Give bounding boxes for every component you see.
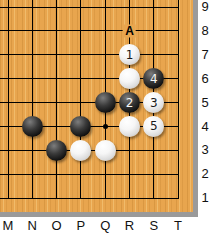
intersection-O8[interactable] [44, 19, 68, 43]
intersection-P5[interactable] [69, 91, 93, 115]
intersection-Q2[interactable] [93, 162, 117, 186]
column-label-M: M [0, 217, 20, 236]
intersection-N7[interactable] [20, 43, 44, 67]
intersection-T8[interactable] [166, 19, 190, 43]
intersection-M3[interactable] [0, 138, 20, 162]
intersection-M4[interactable] [0, 115, 20, 139]
column-label-P: P [69, 217, 93, 236]
intersection-N5[interactable] [20, 91, 44, 115]
intersection-R2[interactable] [117, 162, 141, 186]
intersection-O6[interactable] [44, 67, 68, 91]
row-label-8: 8 [198, 22, 212, 40]
intersection-M9[interactable] [0, 0, 20, 19]
black-stone-O3[interactable] [46, 140, 67, 161]
intersection-T5[interactable] [166, 91, 190, 115]
intersection-P3[interactable] [69, 138, 93, 162]
column-label-N: N [20, 217, 44, 236]
intersection-O7[interactable] [44, 43, 68, 67]
intersection-T7[interactable] [166, 43, 190, 67]
column-label-R: R [118, 217, 142, 236]
intersection-M8[interactable] [0, 19, 20, 43]
intersection-T3[interactable] [166, 138, 190, 162]
column-label-T: T [166, 217, 190, 236]
intersection-O4[interactable] [44, 115, 68, 139]
white-stone-Q3[interactable] [95, 140, 116, 161]
intersection-O1[interactable] [44, 186, 68, 210]
intersection-N2[interactable] [20, 162, 44, 186]
intersection-Q3[interactable] [93, 138, 117, 162]
intersection-O3[interactable] [44, 138, 68, 162]
black-stone-Q5[interactable] [95, 92, 116, 113]
board-grid: A14235 [0, 0, 190, 210]
move-number: 5 [150, 119, 158, 133]
intersection-R8[interactable]: A [117, 19, 141, 43]
intersection-Q7[interactable] [93, 43, 117, 67]
intersection-S1[interactable] [142, 186, 166, 210]
column-label-S: S [142, 217, 166, 236]
intersection-N4[interactable] [20, 115, 44, 139]
intersection-R5[interactable]: 2 [117, 91, 141, 115]
move-number: 3 [150, 96, 158, 110]
intersection-Q4[interactable] [93, 115, 117, 139]
intersection-M1[interactable] [0, 186, 20, 210]
intersection-R6[interactable] [117, 67, 141, 91]
white-stone-P3[interactable] [70, 140, 91, 161]
column-label-Q: Q [93, 217, 117, 236]
intersection-N8[interactable] [20, 19, 44, 43]
black-stone-N4[interactable] [22, 116, 43, 137]
row-label-6: 6 [198, 70, 212, 88]
white-stone-S4[interactable]: 5 [143, 116, 164, 137]
intersection-S9[interactable] [142, 0, 166, 19]
intersection-N1[interactable] [20, 186, 44, 210]
intersection-O2[interactable] [44, 162, 68, 186]
intersection-R7[interactable]: 1 [117, 43, 141, 67]
intersection-P8[interactable] [69, 19, 93, 43]
intersection-R3[interactable] [117, 138, 141, 162]
intersection-Q1[interactable] [93, 186, 117, 210]
white-stone-S5[interactable]: 3 [143, 92, 164, 113]
intersection-N6[interactable] [20, 67, 44, 91]
intersection-Q6[interactable] [93, 67, 117, 91]
intersection-P9[interactable] [69, 0, 93, 19]
intersection-S5[interactable]: 3 [142, 91, 166, 115]
intersection-T6[interactable] [166, 67, 190, 91]
black-stone-S6[interactable]: 4 [143, 68, 164, 89]
row-label-3: 3 [198, 141, 212, 159]
intersection-S7[interactable] [142, 43, 166, 67]
row-label-5: 5 [198, 94, 212, 112]
intersection-R9[interactable] [117, 0, 141, 19]
intersection-Q8[interactable] [93, 19, 117, 43]
white-stone-R7[interactable]: 1 [119, 44, 140, 65]
black-stone-P4[interactable] [70, 116, 91, 137]
intersection-P6[interactable] [69, 67, 93, 91]
move-number: 2 [126, 96, 134, 110]
intersection-O5[interactable] [44, 91, 68, 115]
intersection-P2[interactable] [69, 162, 93, 186]
intersection-S2[interactable] [142, 162, 166, 186]
row-label-9: 9 [198, 0, 212, 16]
column-label-O: O [45, 217, 69, 236]
intersection-S4[interactable]: 5 [142, 115, 166, 139]
intersection-Q5[interactable] [93, 91, 117, 115]
intersection-T2[interactable] [166, 162, 190, 186]
point-label-A: A [123, 24, 136, 37]
star-point-Q4 [103, 124, 108, 129]
intersection-Q9[interactable] [93, 0, 117, 19]
move-number: 1 [126, 48, 134, 62]
go-board: A14235 [0, 0, 193, 212]
intersection-N9[interactable] [20, 0, 44, 19]
intersection-R4[interactable] [117, 115, 141, 139]
black-stone-R5[interactable]: 2 [119, 92, 140, 113]
row-label-4: 4 [198, 118, 212, 136]
intersection-M5[interactable] [0, 91, 20, 115]
intersection-M2[interactable] [0, 162, 20, 186]
intersection-S3[interactable] [142, 138, 166, 162]
intersection-S6[interactable]: 4 [142, 67, 166, 91]
intersection-T4[interactable] [166, 115, 190, 139]
go-diagram: A14235 987654321 MNOPQRST [0, 0, 212, 236]
intersection-P1[interactable] [69, 186, 93, 210]
intersection-M7[interactable] [0, 43, 20, 67]
intersection-T1[interactable] [166, 186, 190, 210]
row-label-7: 7 [198, 46, 212, 64]
move-number: 4 [150, 72, 158, 86]
intersection-R1[interactable] [117, 186, 141, 210]
intersection-T9[interactable] [166, 0, 190, 19]
row-label-2: 2 [198, 165, 212, 183]
intersection-O9[interactable] [44, 0, 68, 19]
intersection-M6[interactable] [0, 67, 20, 91]
white-stone-R6[interactable] [119, 68, 140, 89]
intersection-S8[interactable] [142, 19, 166, 43]
intersection-P4[interactable] [69, 115, 93, 139]
white-stone-R4[interactable] [119, 116, 140, 137]
row-label-1: 1 [198, 189, 212, 207]
intersection-P7[interactable] [69, 43, 93, 67]
intersection-N3[interactable] [20, 138, 44, 162]
